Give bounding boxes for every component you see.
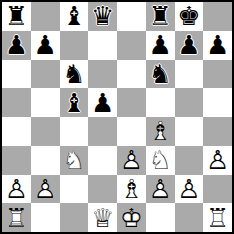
square-g8[interactable]: ♚ — [175, 2, 204, 31]
square-c6[interactable]: ♞ — [60, 60, 89, 89]
white-piece-outline: ♗ — [146, 117, 175, 146]
square-h6[interactable] — [203, 60, 232, 89]
chess-diagram: ♜♝♛♜♚♟♟♟♟♟♞♞♝♟♝♗♞♘♟♙♞♘♟♙♟♙♟♙♝♗♟♙♟♙♜♖♛♕♚♔… — [0, 0, 234, 234]
square-h2[interactable] — [203, 175, 232, 204]
square-d2[interactable] — [88, 175, 117, 204]
white-piece-outline: ♙ — [175, 175, 204, 204]
black-pawn[interactable]: ♟ — [2, 31, 31, 60]
square-b6[interactable] — [31, 60, 60, 89]
square-f2[interactable]: ♟♙ — [146, 175, 175, 204]
square-e6[interactable] — [117, 60, 146, 89]
white-pawn[interactable]: ♟♙ — [31, 175, 60, 204]
square-g4[interactable] — [175, 117, 204, 146]
square-b8[interactable] — [31, 2, 60, 31]
white-piece-outline: ♖ — [203, 203, 232, 232]
square-a7[interactable]: ♟ — [2, 31, 31, 60]
white-bishop[interactable]: ♝♗ — [146, 117, 175, 146]
square-d8[interactable]: ♛ — [88, 2, 117, 31]
square-d1[interactable]: ♛♕ — [88, 203, 117, 232]
square-c2[interactable] — [60, 175, 89, 204]
square-c8[interactable]: ♝ — [60, 2, 89, 31]
white-bishop[interactable]: ♝♗ — [117, 175, 146, 204]
black-bishop[interactable]: ♝ — [60, 88, 89, 117]
white-pawn[interactable]: ♟♙ — [2, 175, 31, 204]
square-h4[interactable] — [203, 117, 232, 146]
white-piece-outline: ♖ — [2, 203, 31, 232]
square-c3[interactable]: ♞♘ — [60, 146, 89, 175]
square-b3[interactable] — [31, 146, 60, 175]
square-d5[interactable]: ♟ — [88, 88, 117, 117]
black-pawn[interactable]: ♟ — [31, 31, 60, 60]
chess-board: ♜♝♛♜♚♟♟♟♟♟♞♞♝♟♝♗♞♘♟♙♞♘♟♙♟♙♟♙♝♗♟♙♟♙♜♖♛♕♚♔… — [0, 0, 234, 234]
black-pawn[interactable]: ♟ — [146, 31, 175, 60]
white-piece-outline: ♔ — [117, 203, 146, 232]
white-pawn[interactable]: ♟♙ — [203, 146, 232, 175]
square-f8[interactable]: ♜ — [146, 2, 175, 31]
square-e7[interactable] — [117, 31, 146, 60]
square-a5[interactable] — [2, 88, 31, 117]
square-a2[interactable]: ♟♙ — [2, 175, 31, 204]
white-piece-outline: ♙ — [146, 175, 175, 204]
white-piece-outline: ♗ — [117, 175, 146, 204]
square-f4[interactable]: ♝♗ — [146, 117, 175, 146]
square-e5[interactable] — [117, 88, 146, 117]
black-king[interactable]: ♚ — [175, 2, 204, 31]
square-e4[interactable] — [117, 117, 146, 146]
square-g5[interactable] — [175, 88, 204, 117]
square-e2[interactable]: ♝♗ — [117, 175, 146, 204]
white-rook[interactable]: ♜♖ — [2, 203, 31, 232]
square-d3[interactable] — [88, 146, 117, 175]
square-h3[interactable]: ♟♙ — [203, 146, 232, 175]
white-piece-outline: ♙ — [31, 175, 60, 204]
square-c4[interactable] — [60, 117, 89, 146]
square-a6[interactable] — [2, 60, 31, 89]
white-knight[interactable]: ♞♘ — [60, 146, 89, 175]
square-d6[interactable] — [88, 60, 117, 89]
square-e8[interactable] — [117, 2, 146, 31]
square-d4[interactable] — [88, 117, 117, 146]
square-h5[interactable] — [203, 88, 232, 117]
square-a3[interactable] — [2, 146, 31, 175]
white-piece-outline: ♙ — [2, 175, 31, 204]
square-f5[interactable] — [146, 88, 175, 117]
square-f7[interactable]: ♟ — [146, 31, 175, 60]
black-pawn[interactable]: ♟ — [203, 31, 232, 60]
white-piece-outline: ♙ — [203, 146, 232, 175]
black-queen[interactable]: ♛ — [88, 2, 117, 31]
square-c7[interactable] — [60, 31, 89, 60]
square-g2[interactable]: ♟♙ — [175, 175, 204, 204]
square-f6[interactable]: ♞ — [146, 60, 175, 89]
square-b7[interactable]: ♟ — [31, 31, 60, 60]
square-e3[interactable]: ♟♙ — [117, 146, 146, 175]
square-a1[interactable]: ♜♖ — [2, 203, 31, 232]
white-rook[interactable]: ♜♖ — [203, 203, 232, 232]
white-pawn[interactable]: ♟♙ — [146, 175, 175, 204]
white-pawn[interactable]: ♟♙ — [117, 146, 146, 175]
black-rook[interactable]: ♜ — [146, 2, 175, 31]
square-b4[interactable] — [31, 117, 60, 146]
square-g6[interactable] — [175, 60, 204, 89]
black-knight[interactable]: ♞ — [146, 60, 175, 89]
black-pawn[interactable]: ♟ — [88, 88, 117, 117]
square-h8[interactable] — [203, 2, 232, 31]
square-f3[interactable]: ♞♘ — [146, 146, 175, 175]
square-g7[interactable]: ♟ — [175, 31, 204, 60]
square-g1[interactable] — [175, 203, 204, 232]
black-bishop[interactable]: ♝ — [60, 2, 89, 31]
white-piece-outline: ♕ — [88, 203, 117, 232]
square-b1[interactable] — [31, 203, 60, 232]
square-c5[interactable]: ♝ — [60, 88, 89, 117]
square-b5[interactable] — [31, 88, 60, 117]
square-h7[interactable]: ♟ — [203, 31, 232, 60]
white-knight[interactable]: ♞♘ — [146, 146, 175, 175]
square-d7[interactable] — [88, 31, 117, 60]
square-a8[interactable]: ♜ — [2, 2, 31, 31]
square-c1[interactable] — [60, 203, 89, 232]
white-piece-outline: ♙ — [117, 146, 146, 175]
white-piece-outline: ♘ — [60, 146, 89, 175]
white-king[interactable]: ♚♔ — [117, 203, 146, 232]
square-b2[interactable]: ♟♙ — [31, 175, 60, 204]
black-knight[interactable]: ♞ — [60, 60, 89, 89]
white-piece-outline: ♘ — [146, 146, 175, 175]
black-rook[interactable]: ♜ — [2, 2, 31, 31]
square-g3[interactable] — [175, 146, 204, 175]
white-queen[interactable]: ♛♕ — [88, 203, 117, 232]
white-pawn[interactable]: ♟♙ — [175, 175, 204, 204]
square-a4[interactable] — [2, 117, 31, 146]
square-h1[interactable]: ♜♖ — [203, 203, 232, 232]
black-pawn[interactable]: ♟ — [175, 31, 204, 60]
square-f1[interactable] — [146, 203, 175, 232]
square-e1[interactable]: ♚♔ — [117, 203, 146, 232]
